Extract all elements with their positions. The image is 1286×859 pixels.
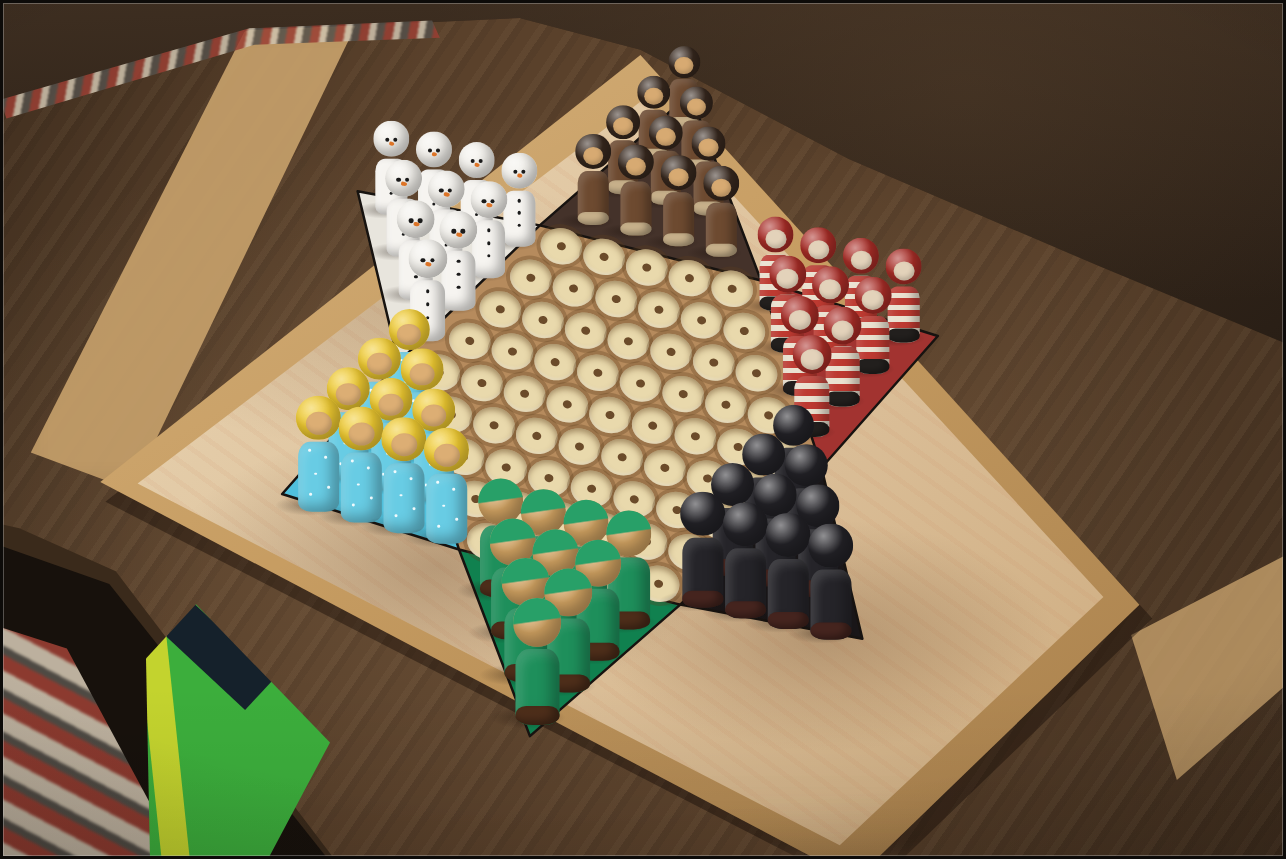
peg-face — [789, 310, 811, 330]
peg-base — [662, 233, 694, 247]
hole-center — [544, 473, 555, 483]
peg-brown-dolls[interactable] — [702, 166, 739, 257]
peg-body — [341, 453, 381, 523]
hole-center — [623, 336, 634, 346]
hole-center — [641, 263, 652, 273]
peg-nose — [413, 222, 419, 227]
hole-center — [593, 368, 604, 378]
peg-head — [668, 47, 700, 79]
hole-center — [727, 284, 738, 294]
hole-center — [605, 410, 616, 420]
hole-center — [629, 494, 640, 504]
peg-button — [487, 254, 491, 258]
peg-face — [305, 412, 331, 435]
peg-eye — [385, 138, 389, 142]
peg-nose — [443, 192, 449, 197]
hole-center — [580, 326, 591, 336]
peg-head — [765, 513, 809, 557]
peg-body — [426, 474, 466, 544]
peg-face — [711, 178, 731, 196]
peg-eye — [470, 159, 474, 163]
peg-head — [408, 240, 447, 279]
peg-button — [487, 229, 491, 233]
hole-center — [739, 326, 750, 336]
peg-button — [457, 259, 461, 263]
peg-face — [583, 147, 603, 165]
peg-face — [862, 291, 884, 310]
peg-base — [620, 222, 652, 236]
peg-nose — [401, 181, 407, 186]
hole-center — [507, 347, 518, 357]
hole-center — [654, 305, 665, 315]
peg-face — [613, 117, 633, 135]
peg-face — [668, 168, 688, 186]
peg-blue-princesses[interactable] — [380, 417, 427, 533]
peg-face — [644, 88, 663, 105]
peg-brown-dolls[interactable] — [660, 155, 697, 246]
peg-nose — [455, 232, 461, 237]
peg-eye — [394, 138, 398, 142]
peg-button — [457, 285, 461, 289]
peg-head — [618, 145, 653, 180]
peg-face — [801, 350, 824, 370]
peg-face — [391, 433, 417, 456]
peg-face — [625, 157, 645, 175]
peg-button — [457, 272, 461, 276]
peg-head — [575, 134, 610, 169]
peg-head — [373, 120, 409, 156]
hole-center — [586, 484, 597, 494]
peg-body — [298, 443, 338, 513]
peg-brown-dolls[interactable] — [617, 145, 654, 236]
peg-face — [820, 280, 842, 299]
peg-head — [424, 428, 468, 472]
peg-eye — [479, 159, 483, 163]
hole-center — [708, 358, 719, 368]
hole-center — [617, 452, 628, 462]
hole-center — [574, 442, 585, 452]
peg-head — [793, 336, 832, 375]
peg-black-ninjas[interactable] — [764, 513, 811, 629]
hole-center — [489, 420, 500, 430]
hole-center — [568, 283, 579, 293]
peg-head — [338, 407, 382, 451]
hole-center — [526, 273, 537, 283]
peg-nose — [486, 203, 492, 208]
hole-center — [519, 389, 530, 399]
peg-head — [758, 216, 794, 252]
hole-center — [477, 378, 488, 388]
peg-face — [893, 261, 914, 280]
peg-eye — [409, 218, 413, 222]
peg-face — [433, 444, 459, 467]
peg-black-ninjas[interactable] — [679, 492, 726, 608]
peg-head — [723, 503, 767, 547]
hole-center — [501, 462, 512, 472]
peg-eye — [491, 199, 495, 203]
peg-black-ninjas[interactable] — [722, 503, 769, 619]
peg-head — [513, 598, 562, 647]
hole-center — [611, 294, 622, 304]
peg-head — [637, 76, 670, 109]
hole-center — [556, 241, 567, 251]
peg-eye — [452, 229, 456, 233]
peg-eye — [522, 170, 526, 174]
photo-frame — [0, 0, 1286, 859]
peg-eye — [421, 259, 425, 263]
peg-nose — [431, 152, 437, 157]
peg-face — [656, 128, 676, 146]
peg-cap — [513, 598, 562, 647]
peg-nose — [425, 262, 432, 267]
peg-body — [383, 464, 423, 534]
hole-center — [721, 400, 732, 410]
peg-base — [810, 622, 850, 639]
peg-base — [577, 212, 609, 226]
peg-face — [808, 240, 829, 259]
hole-center — [531, 431, 542, 441]
hole-center — [495, 304, 506, 314]
hole-center — [684, 273, 695, 283]
hole-center — [690, 431, 701, 441]
peg-base — [705, 244, 737, 258]
peg-head — [680, 86, 713, 119]
peg-head — [478, 479, 524, 525]
peg-blue-princesses[interactable] — [337, 407, 384, 523]
hole-center — [653, 579, 664, 589]
hole-center — [464, 336, 475, 346]
peg-eye — [513, 170, 517, 174]
hole-center — [751, 368, 762, 378]
peg-eye — [428, 148, 432, 152]
hole-center — [635, 378, 646, 388]
hole-center — [538, 315, 549, 325]
peg-face — [777, 269, 799, 288]
peg-cap — [478, 479, 524, 525]
peg-head — [296, 396, 340, 440]
peg-head — [661, 155, 696, 190]
hole-center — [647, 421, 658, 431]
peg-nose — [474, 162, 480, 167]
peg-brown-dolls[interactable] — [574, 134, 611, 225]
peg-blue-princesses[interactable] — [295, 396, 342, 512]
peg-green-elves[interactable] — [512, 598, 563, 725]
peg-nose — [517, 173, 523, 178]
hole-center — [678, 389, 689, 399]
peg-head — [703, 166, 738, 201]
peg-face — [765, 229, 786, 248]
peg-black-ninjas[interactable] — [807, 524, 854, 640]
peg-head — [381, 417, 425, 461]
peg-head — [385, 160, 422, 197]
peg-head — [397, 200, 435, 238]
peg-head — [769, 256, 806, 293]
peg-eye — [406, 178, 410, 182]
peg-face — [851, 251, 872, 270]
hole-center — [562, 399, 573, 409]
peg-face — [675, 58, 694, 75]
hole-center — [666, 347, 677, 357]
peg-head — [808, 524, 852, 568]
peg-head — [781, 296, 819, 334]
peg-eye — [448, 189, 452, 193]
peg-face — [832, 320, 854, 340]
peg-base — [515, 706, 559, 725]
hole-center — [660, 463, 671, 473]
peg-face — [687, 98, 706, 115]
hole-center — [599, 252, 610, 262]
peg-nose — [389, 141, 395, 146]
hole-center — [550, 357, 561, 367]
peg-head — [680, 492, 724, 536]
peg-face — [699, 138, 719, 156]
peg-face — [348, 423, 374, 446]
peg-eye — [436, 148, 440, 152]
hole-center — [696, 315, 707, 325]
peg-button — [487, 242, 491, 246]
peg-blue-princesses[interactable] — [423, 428, 470, 544]
